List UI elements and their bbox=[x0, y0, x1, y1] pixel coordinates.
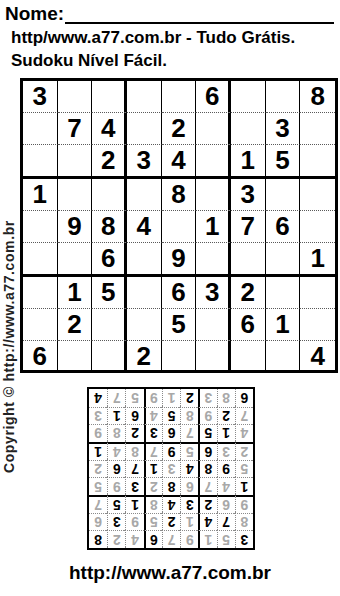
sudoku-cell-given: 2 bbox=[231, 277, 266, 309]
solution-cell-solved: 7 bbox=[162, 530, 180, 548]
sudoku-cell-given: 6 bbox=[266, 211, 301, 243]
solution-cell-given: 2 bbox=[125, 424, 143, 442]
solution-cell-solved: 4 bbox=[125, 530, 143, 548]
sudoku-cell-empty[interactable] bbox=[196, 243, 231, 277]
solution-cell-solved: 8 bbox=[125, 442, 143, 460]
sudoku-cell-given: 4 bbox=[162, 145, 197, 179]
sudoku-cell-given: 2 bbox=[58, 309, 93, 341]
sudoku-cell-given: 3 bbox=[23, 81, 58, 113]
sudoku-cell-empty[interactable] bbox=[162, 341, 197, 372]
solution-cell-given: 1 bbox=[144, 460, 162, 478]
name-row: Nome: bbox=[0, 0, 340, 24]
solution-cell-solved: 8 bbox=[235, 513, 253, 531]
solution-cell-solved: 1 bbox=[198, 530, 216, 548]
sudoku-cell-empty[interactable] bbox=[92, 81, 127, 113]
solution-cell-given: 1 bbox=[217, 424, 235, 442]
solution-cell-solved: 7 bbox=[144, 442, 162, 460]
sudoku-cell-empty[interactable] bbox=[266, 277, 301, 309]
sudoku-cell-empty[interactable] bbox=[23, 145, 58, 179]
sudoku-cell-empty[interactable] bbox=[300, 179, 335, 211]
sudoku-cell-empty[interactable] bbox=[127, 113, 162, 145]
solution-cell-given: 6 bbox=[125, 407, 143, 425]
sudoku-cell-empty[interactable] bbox=[127, 243, 162, 277]
sudoku-cell-given: 8 bbox=[92, 211, 127, 243]
sudoku-cell-given: 5 bbox=[162, 309, 197, 341]
sudoku-cell-given: 9 bbox=[162, 243, 197, 277]
sudoku-cell-empty[interactable] bbox=[196, 341, 231, 372]
solution-cell-given: 5 bbox=[162, 407, 180, 425]
solution-cell-given: 1 bbox=[125, 495, 143, 513]
sudoku-cell-given: 4 bbox=[127, 211, 162, 243]
solution-cell-given: 2 bbox=[180, 389, 198, 407]
sudoku-cell-given: 4 bbox=[92, 113, 127, 145]
solution-cell-given: 2 bbox=[198, 495, 216, 513]
solution-cell-solved: 7 bbox=[235, 407, 253, 425]
sudoku-cell-given: 7 bbox=[231, 211, 266, 243]
solution-cell-solved: 8 bbox=[144, 495, 162, 513]
solution-cell-given: 6 bbox=[235, 389, 253, 407]
solution-cell-given: 1 bbox=[235, 477, 253, 495]
sudoku-cell-empty[interactable] bbox=[300, 309, 335, 341]
solution-cell-solved: 2 bbox=[107, 530, 125, 548]
sudoku-cell-empty[interactable] bbox=[196, 309, 231, 341]
solution-cell-solved: 5 bbox=[235, 460, 253, 478]
solution-cell-solved: 2 bbox=[144, 477, 162, 495]
solution-cell-given: 8 bbox=[89, 530, 107, 548]
solution-cell-solved: 7 bbox=[107, 389, 125, 407]
solution-cell-given: 4 bbox=[89, 389, 107, 407]
solution-cell-given: 2 bbox=[217, 407, 235, 425]
solution-cell-given: 8 bbox=[198, 460, 216, 478]
solution-cell-given: 3 bbox=[144, 424, 162, 442]
solution-cell-solved: 5 bbox=[180, 442, 198, 460]
sudoku-cell-given: 1 bbox=[231, 145, 266, 179]
solution-cell-solved: 8 bbox=[217, 389, 235, 407]
sudoku-cell-given: 3 bbox=[127, 145, 162, 179]
solution-cell-solved: 4 bbox=[217, 477, 235, 495]
sudoku-cell-empty[interactable] bbox=[162, 211, 197, 243]
solution-cell-solved: 4 bbox=[107, 442, 125, 460]
solution-cell-given: 5 bbox=[198, 424, 216, 442]
sudoku-cell-empty[interactable] bbox=[300, 277, 335, 309]
sudoku-cell-empty[interactable] bbox=[58, 179, 93, 211]
solution-cell-solved: 8 bbox=[180, 407, 198, 425]
solution-cell-solved: 9 bbox=[198, 407, 216, 425]
sudoku-cell-empty[interactable] bbox=[266, 341, 301, 372]
sudoku-cell-empty[interactable] bbox=[266, 179, 301, 211]
solution-cell-given: 2 bbox=[162, 513, 180, 531]
solution-cell-given: 7 bbox=[125, 460, 143, 478]
solution-cell-solved: 5 bbox=[144, 513, 162, 531]
sudoku-printable-page: Nome: http/www.a77.com.br - Tudo Grátis.… bbox=[0, 0, 340, 596]
solution-cell-solved: 9 bbox=[107, 477, 125, 495]
sudoku-cell-given: 1 bbox=[196, 211, 231, 243]
solution-cell-solved: 9 bbox=[144, 389, 162, 407]
solution-cell-solved: 5 bbox=[125, 389, 143, 407]
solution-cell-solved: 5 bbox=[89, 477, 107, 495]
sudoku-cell-empty[interactable] bbox=[92, 341, 127, 372]
solution-cell-given: 4 bbox=[198, 513, 216, 531]
solution-cell-solved: 3 bbox=[217, 442, 235, 460]
solution-cell-given: 3 bbox=[107, 513, 125, 531]
solution-cell-solved: 6 bbox=[180, 477, 198, 495]
solution-cell-solved: 9 bbox=[180, 530, 198, 548]
solution-cell-given: 4 bbox=[162, 495, 180, 513]
solution-cell-given: 6 bbox=[162, 424, 180, 442]
sudoku-cell-empty[interactable] bbox=[58, 341, 93, 372]
sudoku-cell-given: 5 bbox=[266, 145, 301, 179]
solution-cell-solved: 3 bbox=[89, 407, 107, 425]
sudoku-cell-empty[interactable] bbox=[23, 211, 58, 243]
sudoku-cell-empty[interactable] bbox=[266, 81, 301, 113]
solution-cell-solved: 4 bbox=[144, 407, 162, 425]
solution-board-upside-down: 3519764288741259369623481571476823955984… bbox=[87, 387, 255, 550]
sudoku-cell-empty[interactable] bbox=[58, 243, 93, 277]
solution-cell-solved: 1 bbox=[180, 513, 198, 531]
solution-cell-given: 7 bbox=[217, 513, 235, 531]
sudoku-cell-empty[interactable] bbox=[23, 277, 58, 309]
sudoku-cell-empty[interactable] bbox=[196, 113, 231, 145]
solution-cell-solved: 7 bbox=[89, 495, 107, 513]
solution-cell-given: 6 bbox=[107, 460, 125, 478]
sudoku-cell-given: 6 bbox=[231, 309, 266, 341]
sudoku-cell-given: 1 bbox=[58, 277, 93, 309]
sudoku-cell-given: 4 bbox=[300, 341, 335, 372]
sudoku-cell-empty[interactable] bbox=[231, 113, 266, 145]
sudoku-cell-empty[interactable] bbox=[58, 81, 93, 113]
sudoku-board: 368742323415183984176691156322561624 bbox=[20, 78, 338, 373]
solution-cell-given: 3 bbox=[235, 530, 253, 548]
solution-cell-solved: 6 bbox=[89, 513, 107, 531]
solution-cell-solved: 7 bbox=[180, 424, 198, 442]
sudoku-cell-given: 6 bbox=[23, 341, 58, 372]
sudoku-cell-given: 8 bbox=[162, 179, 197, 211]
solution-cell-solved: 9 bbox=[125, 513, 143, 531]
solution-cell-given: 4 bbox=[180, 460, 198, 478]
sudoku-cell-empty[interactable] bbox=[127, 81, 162, 113]
sudoku-cell-empty[interactable] bbox=[23, 113, 58, 145]
solution-cell-given: 3 bbox=[180, 495, 198, 513]
sudoku-cell-empty[interactable] bbox=[300, 113, 335, 145]
sudoku-cell-given: 2 bbox=[127, 341, 162, 372]
sudoku-cell-empty[interactable] bbox=[196, 179, 231, 211]
sudoku-cell-given: 6 bbox=[162, 277, 197, 309]
sudoku-cell-empty[interactable] bbox=[300, 211, 335, 243]
sudoku-cell-given: 1 bbox=[300, 243, 335, 277]
solution-cell-given: 9 bbox=[217, 460, 235, 478]
solution-cell-given: 6 bbox=[198, 442, 216, 460]
sudoku-cell-empty[interactable] bbox=[23, 309, 58, 341]
sudoku-cell-empty[interactable] bbox=[231, 81, 266, 113]
sudoku-cell-given: 6 bbox=[92, 243, 127, 277]
sudoku-cell-empty[interactable] bbox=[196, 145, 231, 179]
sudoku-cell-given: 2 bbox=[162, 113, 197, 145]
solution-cell-given: 8 bbox=[162, 477, 180, 495]
solution-cell-solved: 2 bbox=[89, 460, 107, 478]
sudoku-cell-empty[interactable] bbox=[300, 145, 335, 179]
sudoku-cell-empty[interactable] bbox=[162, 81, 197, 113]
sudoku-cell-given: 8 bbox=[300, 81, 335, 113]
sudoku-cell-given: 1 bbox=[23, 179, 58, 211]
sudoku-cell-empty[interactable] bbox=[127, 309, 162, 341]
solution-cell-solved: 9 bbox=[235, 495, 253, 513]
solution-cell-solved: 3 bbox=[162, 460, 180, 478]
sudoku-cell-given: 2 bbox=[92, 145, 127, 179]
sudoku-cell-given: 5 bbox=[92, 277, 127, 309]
sudoku-cell-given: 3 bbox=[196, 277, 231, 309]
sudoku-cell-given: 6 bbox=[196, 81, 231, 113]
solution-cell-solved: 4 bbox=[235, 424, 253, 442]
solution-cell-solved: 3 bbox=[198, 389, 216, 407]
name-underline[interactable] bbox=[65, 5, 334, 24]
solution-cell-solved: 1 bbox=[162, 389, 180, 407]
solution-cell-solved: 9 bbox=[89, 424, 107, 442]
solution-cell-solved: 2 bbox=[235, 442, 253, 460]
sudoku-cell-given: 3 bbox=[231, 179, 266, 211]
solution-cell-given: 9 bbox=[162, 442, 180, 460]
sudoku-cell-given: 7 bbox=[58, 113, 93, 145]
solution-cell-given: 1 bbox=[89, 442, 107, 460]
sudoku-cell-given: 9 bbox=[58, 211, 93, 243]
solution-cell-solved: 6 bbox=[217, 495, 235, 513]
sudoku-cell-empty[interactable] bbox=[58, 145, 93, 179]
solution-cell-given: 1 bbox=[107, 407, 125, 425]
sudoku-cell-given: 1 bbox=[266, 309, 301, 341]
solution-cell-solved: 5 bbox=[217, 530, 235, 548]
sudoku-cell-empty[interactable] bbox=[92, 179, 127, 211]
sudoku-cell-empty[interactable] bbox=[23, 243, 58, 277]
sudoku-cell-empty[interactable] bbox=[231, 243, 266, 277]
solution-cell-given: 3 bbox=[125, 477, 143, 495]
solution-cell-solved: 8 bbox=[107, 424, 125, 442]
name-label: Nome: bbox=[5, 3, 64, 24]
solution-cell-solved: 7 bbox=[198, 477, 216, 495]
sudoku-cell-empty[interactable] bbox=[127, 179, 162, 211]
sudoku-cell-empty[interactable] bbox=[231, 341, 266, 372]
solution-cell-given: 6 bbox=[144, 530, 162, 548]
copyright-text: Copyright © http://www.a77.com.br bbox=[1, 220, 17, 473]
footer-url: http://www.a77.com.br bbox=[0, 562, 340, 584]
puzzle-title: Sudoku Nível Fácil. bbox=[0, 51, 340, 71]
sudoku-cell-given: 3 bbox=[266, 113, 301, 145]
sudoku-cell-empty[interactable] bbox=[266, 243, 301, 277]
sudoku-cell-empty[interactable] bbox=[92, 309, 127, 341]
site-header-text: http/www.a77.com.br - Tudo Grátis. bbox=[0, 28, 340, 48]
sudoku-cell-empty[interactable] bbox=[127, 277, 162, 309]
solution-cell-given: 5 bbox=[107, 495, 125, 513]
